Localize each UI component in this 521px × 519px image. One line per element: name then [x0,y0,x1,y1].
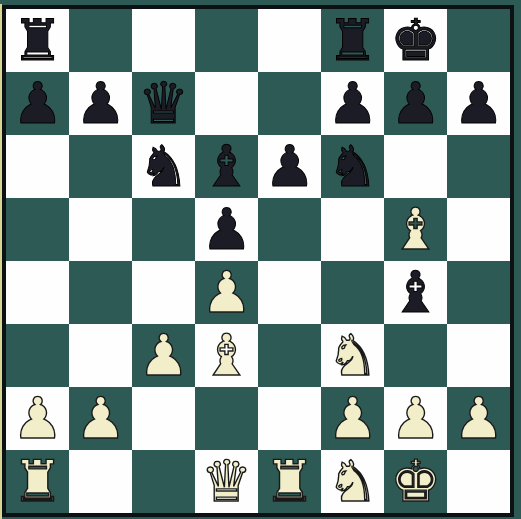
square-f3[interactable]: ♞ [321,324,384,387]
square-f1[interactable]: ♞ [321,450,384,513]
square-g2[interactable]: ♟ [384,387,447,450]
square-f8[interactable]: ♜ [321,9,384,72]
square-b7[interactable]: ♟ [69,72,132,135]
square-e6[interactable]: ♟ [258,135,321,198]
square-g1[interactable]: ♚ [384,450,447,513]
square-b1[interactable] [69,450,132,513]
square-c7[interactable]: ♛ [132,72,195,135]
square-e8[interactable] [258,9,321,72]
piece-white-knight: ♞ [327,450,378,513]
square-g6[interactable] [384,135,447,198]
square-a2[interactable]: ♟ [6,387,69,450]
square-f4[interactable] [321,261,384,324]
square-e5[interactable] [258,198,321,261]
square-g4[interactable]: ♝ [384,261,447,324]
square-a1[interactable]: ♜ [6,450,69,513]
piece-white-pawn: ♟ [75,387,126,450]
square-d5[interactable]: ♟ [195,198,258,261]
piece-white-pawn: ♟ [453,387,504,450]
piece-white-rook: ♜ [264,450,315,513]
square-h3[interactable] [447,324,510,387]
square-b8[interactable] [69,9,132,72]
piece-black-pawn: ♟ [327,72,378,135]
piece-black-rook: ♜ [12,9,63,72]
square-e4[interactable] [258,261,321,324]
square-d6[interactable]: ♝ [195,135,258,198]
piece-black-pawn: ♟ [453,72,504,135]
square-h5[interactable] [447,198,510,261]
square-a8[interactable]: ♜ [6,9,69,72]
piece-black-queen: ♛ [138,72,189,135]
square-f6[interactable]: ♞ [321,135,384,198]
piece-white-pawn: ♟ [138,324,189,387]
piece-black-knight: ♞ [138,135,189,198]
square-a7[interactable]: ♟ [6,72,69,135]
square-f2[interactable]: ♟ [321,387,384,450]
square-d2[interactable] [195,387,258,450]
square-d1[interactable]: ♛ [195,450,258,513]
square-c4[interactable] [132,261,195,324]
square-b6[interactable] [69,135,132,198]
piece-white-king: ♚ [390,450,441,513]
square-b5[interactable] [69,198,132,261]
piece-white-pawn: ♟ [327,387,378,450]
chess-board-panel: ♜♜♚♟♟♛♟♟♟♞♝♟♞♟♝♟♝♟♝♞♟♟♟♟♟♜♛♜♞♚ [0,0,521,519]
square-h7[interactable]: ♟ [447,72,510,135]
piece-black-king: ♚ [390,9,441,72]
square-g7[interactable]: ♟ [384,72,447,135]
square-c2[interactable] [132,387,195,450]
square-c3[interactable]: ♟ [132,324,195,387]
piece-white-bishop: ♝ [390,198,441,261]
square-c1[interactable] [132,450,195,513]
square-h2[interactable]: ♟ [447,387,510,450]
square-g5[interactable]: ♝ [384,198,447,261]
square-b4[interactable] [69,261,132,324]
piece-black-knight: ♞ [327,135,378,198]
square-e3[interactable] [258,324,321,387]
square-h6[interactable] [447,135,510,198]
square-b2[interactable]: ♟ [69,387,132,450]
piece-black-pawn: ♟ [390,72,441,135]
square-a4[interactable] [6,261,69,324]
square-f7[interactable]: ♟ [321,72,384,135]
piece-black-bishop: ♝ [201,135,252,198]
piece-white-queen: ♛ [201,450,252,513]
square-c5[interactable] [132,198,195,261]
piece-black-pawn: ♟ [201,198,252,261]
square-b3[interactable] [69,324,132,387]
square-h1[interactable] [447,450,510,513]
square-a3[interactable] [6,324,69,387]
square-a5[interactable] [6,198,69,261]
square-h8[interactable] [447,9,510,72]
square-g3[interactable] [384,324,447,387]
square-f5[interactable] [321,198,384,261]
square-d3[interactable]: ♝ [195,324,258,387]
piece-white-pawn: ♟ [12,387,63,450]
square-e2[interactable] [258,387,321,450]
square-d7[interactable] [195,72,258,135]
piece-black-pawn: ♟ [264,135,315,198]
chess-board: ♜♜♚♟♟♛♟♟♟♞♝♟♞♟♝♟♝♟♝♞♟♟♟♟♟♜♛♜♞♚ [6,9,510,513]
square-e7[interactable] [258,72,321,135]
piece-black-bishop: ♝ [390,261,441,324]
piece-white-pawn: ♟ [390,387,441,450]
square-e1[interactable]: ♜ [258,450,321,513]
piece-black-rook: ♜ [327,9,378,72]
piece-white-rook: ♜ [12,450,63,513]
piece-black-pawn: ♟ [75,72,126,135]
piece-white-bishop: ♝ [201,324,252,387]
piece-white-pawn: ♟ [201,261,252,324]
board-frame: ♜♜♚♟♟♛♟♟♟♞♝♟♞♟♝♟♝♟♝♞♟♟♟♟♟♜♛♜♞♚ [2,5,514,517]
piece-white-knight: ♞ [327,324,378,387]
square-c6[interactable]: ♞ [132,135,195,198]
square-h4[interactable] [447,261,510,324]
piece-black-pawn: ♟ [12,72,63,135]
square-g8[interactable]: ♚ [384,9,447,72]
square-d8[interactable] [195,9,258,72]
square-c8[interactable] [132,9,195,72]
square-d4[interactable]: ♟ [195,261,258,324]
square-a6[interactable] [6,135,69,198]
